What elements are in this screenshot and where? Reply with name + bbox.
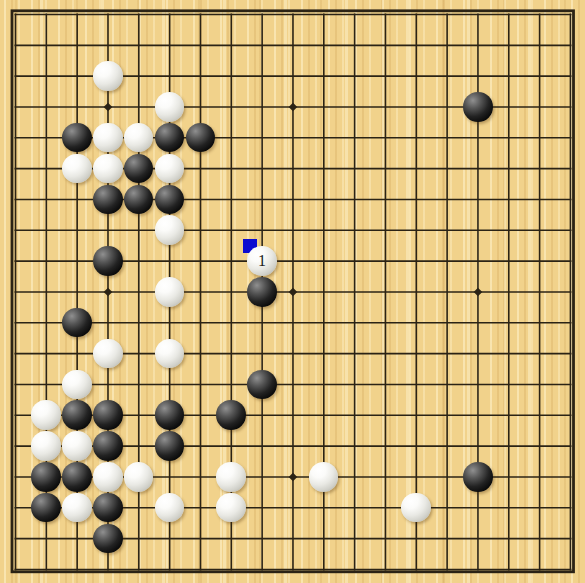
stone-white	[155, 92, 185, 122]
intersection-13-16	[401, 492, 432, 523]
go-board[interactable]: 1	[0, 0, 585, 583]
intersection-2-16	[62, 492, 93, 523]
stones-layer: 1	[0, 0, 585, 583]
stone-black	[62, 123, 92, 153]
stone-white	[31, 431, 61, 461]
intersection-3-6	[92, 184, 123, 215]
intersection-8-9	[247, 276, 278, 307]
intersection-10-15	[308, 461, 339, 492]
stone-white	[62, 154, 92, 184]
intersection-5-6	[154, 184, 185, 215]
intersection-5-4	[154, 122, 185, 153]
intersection-3-2	[92, 61, 123, 92]
stone-black	[155, 431, 185, 461]
intersection-5-3	[154, 91, 185, 122]
intersection-4-4	[123, 122, 154, 153]
stone-white	[216, 493, 246, 523]
stone-white	[93, 61, 123, 91]
intersection-3-4	[92, 122, 123, 153]
stone-black	[124, 185, 154, 215]
stone-black	[93, 185, 123, 215]
intersection-15-15	[462, 461, 493, 492]
intersection-3-11	[92, 338, 123, 369]
intersection-2-14	[62, 431, 93, 462]
intersection-2-4	[62, 122, 93, 153]
intersection-5-9	[154, 276, 185, 307]
go-app-window: 1	[0, 0, 585, 583]
stone-black	[93, 246, 123, 276]
move-number-label: 1	[247, 246, 278, 277]
stone-white	[62, 370, 92, 400]
intersection-2-15	[62, 461, 93, 492]
intersection-7-15	[216, 461, 247, 492]
intersection-5-14	[154, 431, 185, 462]
stone-white	[401, 493, 431, 523]
stone-white	[93, 123, 123, 153]
stone-white	[155, 154, 185, 184]
intersection-5-7	[154, 215, 185, 246]
stone-white	[62, 431, 92, 461]
intersection-4-5	[123, 153, 154, 184]
stone-black	[62, 400, 92, 430]
intersection-2-12	[62, 369, 93, 400]
intersection-8-8: 1	[247, 246, 278, 277]
stone-white	[155, 339, 185, 369]
stone-white	[31, 400, 61, 430]
stone-black	[216, 400, 246, 430]
intersection-1-13	[31, 400, 62, 431]
stone-black	[247, 370, 277, 400]
stone-white	[124, 123, 154, 153]
stone-black	[31, 462, 61, 492]
stone-black	[155, 185, 185, 215]
intersection-8-12	[247, 369, 278, 400]
intersection-1-14	[31, 431, 62, 462]
intersection-1-15	[31, 461, 62, 492]
intersection-3-15	[92, 461, 123, 492]
intersection-3-17	[92, 523, 123, 554]
intersection-3-16	[92, 492, 123, 523]
stone-black	[93, 431, 123, 461]
intersection-6-4	[185, 122, 216, 153]
stone-black	[155, 400, 185, 430]
stone-black	[93, 524, 123, 554]
stone-black	[31, 493, 61, 523]
stone-black	[62, 308, 92, 338]
intersection-2-10	[62, 307, 93, 338]
stone-black	[62, 462, 92, 492]
intersection-4-15	[123, 461, 154, 492]
stone-white	[155, 493, 185, 523]
stone-white	[155, 277, 185, 307]
stone-white	[124, 462, 154, 492]
intersection-5-16	[154, 492, 185, 523]
intersection-4-6	[123, 184, 154, 215]
intersection-2-13	[62, 400, 93, 431]
stone-black	[247, 277, 277, 307]
stone-black	[463, 462, 493, 492]
intersection-3-8	[92, 246, 123, 277]
intersection-3-14	[92, 431, 123, 462]
stone-white	[155, 215, 185, 245]
stone-black	[124, 154, 154, 184]
stone-white	[62, 493, 92, 523]
stone-white	[93, 339, 123, 369]
intersection-5-5	[154, 153, 185, 184]
intersection-3-13	[92, 400, 123, 431]
stone-white	[309, 462, 339, 492]
intersection-7-13	[216, 400, 247, 431]
intersection-5-11	[154, 338, 185, 369]
stone-white	[93, 154, 123, 184]
stone-black	[155, 123, 185, 153]
stone-white	[93, 462, 123, 492]
intersection-2-5	[62, 153, 93, 184]
stone-black	[186, 123, 216, 153]
stone-black	[93, 400, 123, 430]
stone-black	[463, 92, 493, 122]
intersection-7-16	[216, 492, 247, 523]
stone-white	[216, 462, 246, 492]
intersection-15-3	[462, 91, 493, 122]
stone-black	[93, 493, 123, 523]
intersection-3-5	[92, 153, 123, 184]
intersection-5-13	[154, 400, 185, 431]
intersection-1-16	[31, 492, 62, 523]
